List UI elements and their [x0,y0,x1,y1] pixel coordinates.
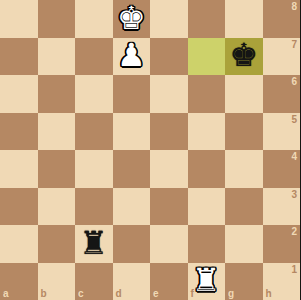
square-d3[interactable] [113,188,151,226]
square-f4[interactable] [188,150,226,188]
rank-label-4: 4 [291,152,297,162]
square-f3[interactable] [188,188,226,226]
square-d6[interactable] [113,75,151,113]
square-g3[interactable] [225,188,263,226]
square-f8[interactable] [188,0,226,38]
rank-label-3: 3 [291,190,297,200]
square-c3[interactable] [75,188,113,226]
square-e8[interactable] [150,0,188,38]
square-f2[interactable] [188,225,226,263]
square-f5[interactable] [188,113,226,151]
chess-board: ♚8♟♚76543♜2abcde♜fg1h [0,0,300,300]
square-b3[interactable] [38,188,76,226]
square-g5[interactable] [225,113,263,151]
file-label-d: d [116,289,122,299]
square-g6[interactable] [225,75,263,113]
square-g2[interactable] [225,225,263,263]
square-c5[interactable] [75,113,113,151]
square-h6[interactable]: 6 [263,75,301,113]
square-e5[interactable] [150,113,188,151]
square-c8[interactable] [75,0,113,38]
rank-label-6: 6 [291,77,297,87]
square-c6[interactable] [75,75,113,113]
square-e1[interactable]: e [150,263,188,300]
square-h4[interactable]: 4 [263,150,301,188]
square-d4[interactable] [113,150,151,188]
rank-label-2: 2 [291,227,297,237]
rank-label-1: 1 [291,265,297,275]
square-e7[interactable] [150,38,188,76]
square-b4[interactable] [38,150,76,188]
square-f7[interactable] [188,38,226,76]
square-h2[interactable]: 2 [263,225,301,263]
file-label-e: e [153,289,159,299]
square-a1[interactable]: a [0,263,38,300]
square-d7[interactable]: ♟ [113,38,151,76]
square-a4[interactable] [0,150,38,188]
white-pawn[interactable]: ♟ [117,39,146,71]
square-b2[interactable] [38,225,76,263]
square-h8[interactable]: 8 [263,0,301,38]
square-e6[interactable] [150,75,188,113]
square-g7[interactable]: ♚ [225,38,263,76]
square-f6[interactable] [188,75,226,113]
square-g8[interactable] [225,0,263,38]
file-label-b: b [41,289,47,299]
square-d1[interactable]: d [113,263,151,300]
square-h1[interactable]: 1h [263,263,301,300]
square-b7[interactable] [38,38,76,76]
square-h3[interactable]: 3 [263,188,301,226]
square-d5[interactable] [113,113,151,151]
square-b1[interactable]: b [38,263,76,300]
square-e3[interactable] [150,188,188,226]
square-d8[interactable]: ♚ [113,0,151,38]
square-a8[interactable] [0,0,38,38]
black-king[interactable]: ♚ [229,39,258,71]
square-b5[interactable] [38,113,76,151]
square-b6[interactable] [38,75,76,113]
square-c4[interactable] [75,150,113,188]
square-h5[interactable]: 5 [263,113,301,151]
square-e4[interactable] [150,150,188,188]
rank-label-7: 7 [291,40,297,50]
white-king[interactable]: ♚ [117,2,146,34]
square-a5[interactable] [0,113,38,151]
file-label-h: h [266,289,272,299]
square-c7[interactable] [75,38,113,76]
square-c2[interactable]: ♜ [75,225,113,263]
square-a7[interactable] [0,38,38,76]
square-c1[interactable]: c [75,263,113,300]
square-f1[interactable]: ♜f [188,263,226,300]
white-rook[interactable]: ♜ [192,264,221,296]
square-g1[interactable]: g [225,263,263,300]
square-d2[interactable] [113,225,151,263]
black-rook[interactable]: ♜ [79,227,108,259]
square-g4[interactable] [225,150,263,188]
square-a2[interactable] [0,225,38,263]
square-e2[interactable] [150,225,188,263]
square-h7[interactable]: 7 [263,38,301,76]
file-label-a: a [3,289,9,299]
square-a3[interactable] [0,188,38,226]
file-label-g: g [228,289,234,299]
square-a6[interactable] [0,75,38,113]
file-label-c: c [78,289,84,299]
square-b8[interactable] [38,0,76,38]
rank-label-5: 5 [291,115,297,125]
rank-label-8: 8 [291,2,297,12]
